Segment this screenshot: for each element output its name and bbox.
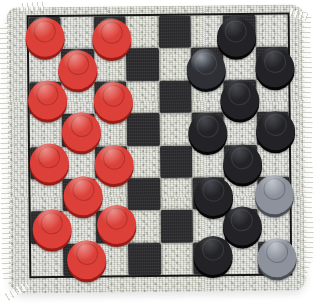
rug-fringe-tuft-top-right	[289, 8, 309, 21]
checkers-rug: ●●●●●●●●●●●●●●●●●●●●●●●●	[7, 4, 307, 293]
product-photo: ●●●●●●●●●●●●●●●●●●●●●●●●	[0, 0, 320, 304]
checker-disc-glyph: ●	[254, 235, 299, 273]
rug-fringe-left	[0, 22, 11, 286]
checkers-board: ●●●●●●●●●●●●●●●●●●●●●●●●	[27, 13, 293, 279]
rug-fringe-right	[302, 8, 315, 280]
checker-disc-glyph: ●	[191, 232, 236, 270]
pieces-layer: ●●●●●●●●●●●●●●●●●●●●●●●●	[29, 15, 291, 277]
rug-fringe-tuft-bottom-left	[3, 281, 29, 301]
piece-black-r8c6[interactable]: ●	[194, 232, 232, 270]
checker-disc-glyph: ●	[64, 237, 109, 275]
piece-black-r8c8[interactable]: ●	[258, 235, 296, 273]
piece-red-r8c2[interactable]: ●	[67, 237, 105, 275]
